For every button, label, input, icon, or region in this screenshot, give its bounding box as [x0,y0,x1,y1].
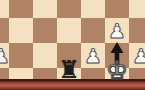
square-b4[interactable] [0,0,9,18]
square-h4[interactable] [129,0,145,18]
square-b1[interactable] [0,68,9,79]
white-king-g1[interactable]: ♚ [106,58,128,83]
white-pawn-h2[interactable]: ♟ [132,46,145,66]
square-f3[interactable] [81,18,105,43]
square-b3[interactable] [0,18,9,43]
square-g4[interactable] [105,0,129,18]
square-h1[interactable] [129,68,145,79]
square-c2[interactable] [9,43,33,68]
white-pawn-b2[interactable]: ♟ [0,46,10,66]
chess-diagram: ♟♜♟♟♚♟ [0,0,145,90]
square-d2[interactable] [33,43,57,68]
square-d4[interactable] [33,0,57,18]
square-c3[interactable] [9,18,33,43]
white-pawn-f2[interactable]: ♟ [84,46,102,66]
square-h3[interactable] [129,18,145,43]
square-d1[interactable] [33,68,57,79]
square-f1[interactable] [81,68,105,79]
black-rook-e1[interactable]: ♜ [58,58,80,82]
square-e4[interactable] [57,0,81,18]
square-d3[interactable] [33,18,57,43]
square-c4[interactable] [9,0,33,18]
white-pawn-g3[interactable]: ♟ [108,21,126,41]
square-c1[interactable] [9,68,33,79]
square-e3[interactable] [57,18,81,43]
square-f4[interactable] [81,0,105,18]
